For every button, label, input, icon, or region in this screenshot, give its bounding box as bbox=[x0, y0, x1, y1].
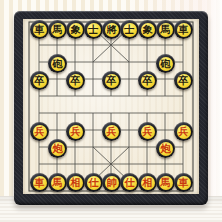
piece-red-r6c2[interactable]: 兵 bbox=[66, 122, 85, 141]
piece-glyph: 炮 bbox=[51, 142, 65, 156]
piece-glyph: 卒 bbox=[177, 74, 191, 88]
piece-red-r9c7[interactable]: 馬 bbox=[156, 173, 175, 192]
piece-red-r9c8[interactable]: 車 bbox=[174, 173, 193, 192]
piece-black-r0c2[interactable]: 象 bbox=[66, 20, 85, 39]
piece-glyph: 車 bbox=[33, 176, 47, 190]
piece-glyph: 砲 bbox=[159, 57, 173, 71]
piece-black-r3c2[interactable]: 卒 bbox=[66, 71, 85, 90]
piece-red-r6c6[interactable]: 兵 bbox=[138, 122, 157, 141]
piece-glyph: 帥 bbox=[105, 176, 119, 190]
piece-red-r7c1[interactable]: 炮 bbox=[48, 139, 67, 158]
piece-glyph: 兵 bbox=[69, 125, 83, 139]
piece-red-r9c1[interactable]: 馬 bbox=[48, 173, 67, 192]
piece-black-r2c7[interactable]: 砲 bbox=[156, 54, 175, 73]
piece-black-r0c1[interactable]: 馬 bbox=[48, 20, 67, 39]
piece-black-r2c1[interactable]: 砲 bbox=[48, 54, 67, 73]
piece-glyph: 炮 bbox=[159, 142, 173, 156]
piece-black-r3c8[interactable]: 卒 bbox=[174, 71, 193, 90]
piece-grid: 車馬象士將士象馬車砲砲卒卒卒卒卒兵兵兵兵兵炮炮車馬相仕帥仕相馬車 bbox=[30, 20, 192, 190]
piece-glyph: 兵 bbox=[177, 125, 191, 139]
piece-black-r0c6[interactable]: 象 bbox=[138, 20, 157, 39]
piece-glyph: 兵 bbox=[105, 125, 119, 139]
piece-red-r6c8[interactable]: 兵 bbox=[174, 122, 193, 141]
piece-glyph: 車 bbox=[177, 176, 191, 190]
piece-glyph: 馬 bbox=[159, 23, 173, 37]
piece-red-r9c6[interactable]: 相 bbox=[138, 173, 157, 192]
piece-red-r6c0[interactable]: 兵 bbox=[30, 122, 49, 141]
piece-glyph: 仕 bbox=[123, 176, 137, 190]
piece-black-r3c4[interactable]: 卒 bbox=[102, 71, 121, 90]
piece-red-r9c0[interactable]: 車 bbox=[30, 173, 49, 192]
piece-black-r0c7[interactable]: 馬 bbox=[156, 20, 175, 39]
piece-glyph: 士 bbox=[123, 23, 137, 37]
piece-glyph: 卒 bbox=[105, 74, 119, 88]
piece-black-r3c0[interactable]: 卒 bbox=[30, 71, 49, 90]
piece-black-r0c8[interactable]: 車 bbox=[174, 20, 193, 39]
piece-glyph: 砲 bbox=[51, 57, 65, 71]
product-photo-scene: 車馬象士將士象馬車砲砲卒卒卒卒卒兵兵兵兵兵炮炮車馬相仕帥仕相馬車 bbox=[0, 0, 222, 222]
piece-glyph: 相 bbox=[141, 176, 155, 190]
piece-red-r7c7[interactable]: 炮 bbox=[156, 139, 175, 158]
piece-black-r3c6[interactable]: 卒 bbox=[138, 71, 157, 90]
piece-glyph: 馬 bbox=[51, 176, 65, 190]
piece-glyph: 將 bbox=[105, 23, 119, 37]
piece-red-r9c5[interactable]: 仕 bbox=[120, 173, 139, 192]
piece-red-r6c4[interactable]: 兵 bbox=[102, 122, 121, 141]
piece-glyph: 卒 bbox=[69, 74, 83, 88]
board-face: 車馬象士將士象馬車砲砲卒卒卒卒卒兵兵兵兵兵炮炮車馬相仕帥仕相馬車 bbox=[23, 19, 199, 194]
piece-red-r9c2[interactable]: 相 bbox=[66, 173, 85, 192]
piece-glyph: 卒 bbox=[33, 74, 47, 88]
piece-black-r0c5[interactable]: 士 bbox=[120, 20, 139, 39]
piece-glyph: 仕 bbox=[87, 176, 101, 190]
piece-black-r0c0[interactable]: 車 bbox=[30, 20, 49, 39]
piece-glyph: 馬 bbox=[51, 23, 65, 37]
piece-glyph: 車 bbox=[177, 23, 191, 37]
piece-glyph: 象 bbox=[141, 23, 155, 37]
piece-glyph: 馬 bbox=[159, 176, 173, 190]
piece-red-r9c3[interactable]: 仕 bbox=[84, 173, 103, 192]
piece-glyph: 車 bbox=[33, 23, 47, 37]
xiangqi-board: 車馬象士將士象馬車砲砲卒卒卒卒卒兵兵兵兵兵炮炮車馬相仕帥仕相馬車 bbox=[14, 11, 208, 205]
piece-glyph: 卒 bbox=[141, 74, 155, 88]
piece-red-r9c4[interactable]: 帥 bbox=[102, 173, 121, 192]
piece-glyph: 兵 bbox=[33, 125, 47, 139]
piece-black-r0c4[interactable]: 將 bbox=[102, 20, 121, 39]
piece-glyph: 象 bbox=[69, 23, 83, 37]
piece-glyph: 兵 bbox=[141, 125, 155, 139]
piece-glyph: 士 bbox=[87, 23, 101, 37]
piece-glyph: 相 bbox=[69, 176, 83, 190]
piece-black-r0c3[interactable]: 士 bbox=[84, 20, 103, 39]
